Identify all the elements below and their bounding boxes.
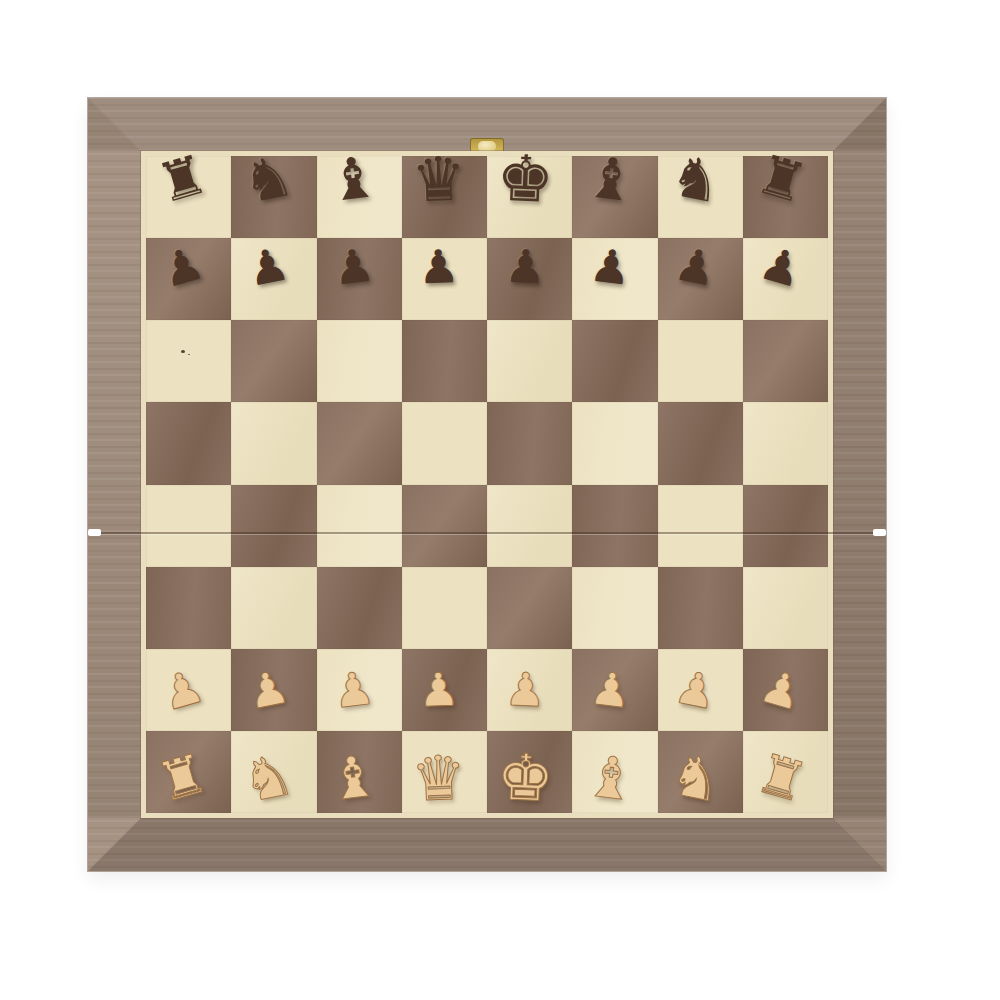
square-e1[interactable]: [487, 731, 572, 813]
square-d1[interactable]: [402, 731, 487, 813]
square-g8[interactable]: [658, 156, 743, 238]
square-f6[interactable]: [572, 320, 657, 402]
square-e4[interactable]: [487, 485, 572, 567]
square-a1[interactable]: [146, 731, 231, 813]
square-g2[interactable]: [658, 649, 743, 731]
square-e8[interactable]: [487, 156, 572, 238]
square-d3[interactable]: [402, 567, 487, 649]
square-g3[interactable]: [658, 567, 743, 649]
square-b4[interactable]: [231, 485, 316, 567]
square-e7[interactable]: [487, 238, 572, 320]
square-a4[interactable]: [146, 485, 231, 567]
square-f5[interactable]: [572, 402, 657, 484]
square-h6[interactable]: [743, 320, 828, 402]
square-e6[interactable]: [487, 320, 572, 402]
square-h1[interactable]: [743, 731, 828, 813]
chess-box: ♜♞♝♛♚♝♞♜♟♟♟♟♟♟♟♟♟♟♟♟♟♟♟♟♜♞♝♛♚♝♞♜: [88, 98, 886, 871]
square-d7[interactable]: [402, 238, 487, 320]
square-b7[interactable]: [231, 238, 316, 320]
square-g4[interactable]: [658, 485, 743, 567]
square-b6[interactable]: [231, 320, 316, 402]
square-c8[interactable]: [317, 156, 402, 238]
square-h3[interactable]: [743, 567, 828, 649]
square-d6[interactable]: [402, 320, 487, 402]
square-h2[interactable]: [743, 649, 828, 731]
square-a8[interactable]: [146, 156, 231, 238]
square-a5[interactable]: [146, 402, 231, 484]
square-c6[interactable]: [317, 320, 402, 402]
square-g7[interactable]: [658, 238, 743, 320]
maple-border-inlay: ♜♞♝♛♚♝♞♜♟♟♟♟♟♟♟♟♟♟♟♟♟♟♟♟♜♞♝♛♚♝♞♜: [141, 151, 833, 818]
square-f8[interactable]: [572, 156, 657, 238]
square-c2[interactable]: [317, 649, 402, 731]
square-d2[interactable]: [402, 649, 487, 731]
fold-seam: [88, 532, 886, 534]
square-g6[interactable]: [658, 320, 743, 402]
square-b2[interactable]: [231, 649, 316, 731]
square-c7[interactable]: [317, 238, 402, 320]
square-c4[interactable]: [317, 485, 402, 567]
square-h8[interactable]: [743, 156, 828, 238]
fold-notch-right: [873, 529, 886, 536]
wood-speck: [181, 350, 185, 353]
square-e3[interactable]: [487, 567, 572, 649]
square-b1[interactable]: [231, 731, 316, 813]
square-h5[interactable]: [743, 402, 828, 484]
square-g5[interactable]: [658, 402, 743, 484]
square-f2[interactable]: [572, 649, 657, 731]
square-a7[interactable]: [146, 238, 231, 320]
square-b5[interactable]: [231, 402, 316, 484]
square-c1[interactable]: [317, 731, 402, 813]
square-a3[interactable]: [146, 567, 231, 649]
square-e2[interactable]: [487, 649, 572, 731]
square-b8[interactable]: [231, 156, 316, 238]
square-f1[interactable]: [572, 731, 657, 813]
square-h7[interactable]: [743, 238, 828, 320]
square-f3[interactable]: [572, 567, 657, 649]
square-f7[interactable]: [572, 238, 657, 320]
square-g1[interactable]: [658, 731, 743, 813]
square-e5[interactable]: [487, 402, 572, 484]
square-h4[interactable]: [743, 485, 828, 567]
square-d5[interactable]: [402, 402, 487, 484]
square-a2[interactable]: [146, 649, 231, 731]
square-b3[interactable]: [231, 567, 316, 649]
square-f4[interactable]: [572, 485, 657, 567]
square-c5[interactable]: [317, 402, 402, 484]
fold-notch-left: [88, 529, 101, 536]
square-d8[interactable]: [402, 156, 487, 238]
square-c3[interactable]: [317, 567, 402, 649]
square-d4[interactable]: [402, 485, 487, 567]
square-a6[interactable]: [146, 320, 231, 402]
chess-board: [146, 156, 828, 813]
